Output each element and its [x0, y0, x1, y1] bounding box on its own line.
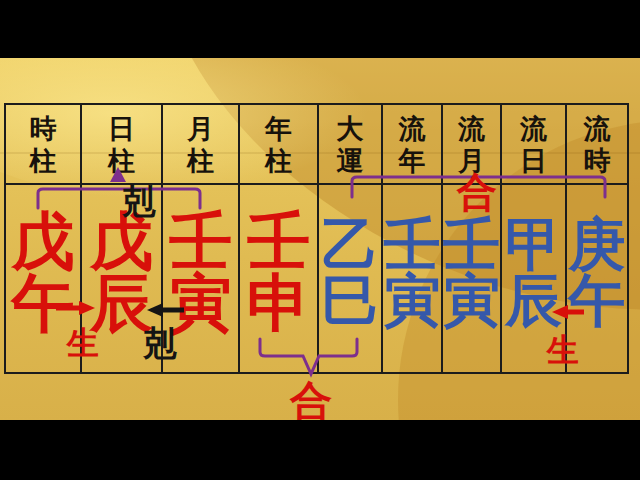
luck-cycle-chars: 乙 巳: [319, 185, 383, 372]
stem-char: 壬: [384, 217, 441, 273]
stem-char: 壬: [247, 211, 310, 273]
header-char: 時: [584, 147, 611, 174]
header-char: 流: [399, 115, 426, 142]
header-char: 時: [30, 115, 57, 142]
header-char: 運: [337, 147, 364, 174]
branch-char: 寅: [443, 273, 500, 329]
header-char: 大: [337, 115, 364, 142]
header-char: 年: [399, 147, 426, 174]
header-char: 流: [520, 115, 547, 142]
stem-char: 壬: [169, 211, 232, 273]
he-label-top: 合: [457, 172, 497, 212]
stem-char: 戊: [12, 211, 75, 273]
branch-char: 寅: [384, 273, 441, 329]
header-year-pillar: 年 柱: [240, 105, 319, 185]
header-hour-pillar: 時 柱: [6, 105, 82, 185]
letterbox-bottom: [0, 420, 640, 480]
header-char: 流: [584, 115, 611, 142]
header-char: 柱: [265, 147, 292, 174]
stem-char: 乙: [322, 217, 379, 273]
header-char: 年: [265, 115, 292, 142]
flow-year-chars: 壬 寅: [383, 185, 443, 372]
header-char: 日: [520, 147, 547, 174]
header-flow-year: 流 年: [383, 105, 443, 185]
letterbox-top: [0, 0, 640, 58]
branch-char: 申: [247, 273, 310, 335]
header-char: 日: [108, 115, 135, 142]
header-char: 柱: [108, 147, 135, 174]
header-char: 月: [187, 115, 214, 142]
header-month-pillar: 月 柱: [163, 105, 240, 185]
header-char: 柱: [30, 147, 57, 174]
branch-char: 巳: [322, 273, 379, 329]
branch-char: 寅: [169, 273, 232, 335]
pillar-year-chars: 壬 申: [240, 185, 319, 372]
header-flow-day: 流 日: [502, 105, 567, 185]
header-char: 流: [458, 115, 485, 142]
stem-char: 壬: [443, 217, 500, 273]
ke-label-mid: 剋: [143, 326, 177, 360]
ke-label-top: 剋: [122, 184, 156, 218]
branch-char: 辰: [505, 273, 562, 329]
header-day-pillar: 日 柱: [82, 105, 163, 185]
stem-char: 甲: [505, 217, 562, 273]
video-frame: 時 柱 日 柱 月 柱 年 柱 大 運 流 年 流 月 流 日: [0, 0, 640, 480]
branch-char: 午: [569, 273, 626, 329]
branch-char: 午: [12, 273, 75, 335]
header-char: 柱: [187, 147, 214, 174]
sheng-label-left: 生: [67, 327, 99, 359]
he-label-bottom: 合: [290, 381, 332, 423]
stem-char: 庚: [569, 217, 626, 273]
header-flow-hour: 流 時: [567, 105, 627, 185]
sheng-label-right: 生: [547, 334, 579, 366]
header-luck-cycle: 大 運: [319, 105, 383, 185]
